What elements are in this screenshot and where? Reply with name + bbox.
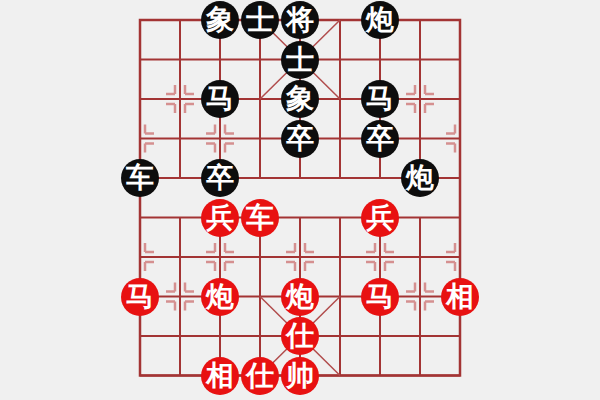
piece-black-cannon[interactable]: 炮	[401, 159, 439, 197]
piece-red-cannon[interactable]: 炮	[281, 278, 319, 316]
piece-black-soldier[interactable]: 卒	[201, 159, 239, 197]
piece-red-soldier[interactable]: 兵	[361, 199, 399, 237]
piece-red-chariot[interactable]: 车	[241, 199, 279, 237]
xiangqi-app: 象士将炮士马象马卒卒车卒炮兵车兵马炮炮马相仕相仕帅	[0, 0, 600, 400]
piece-black-horse[interactable]: 马	[201, 80, 239, 118]
piece-black-elephant[interactable]: 象	[281, 80, 319, 118]
piece-red-advisor[interactable]: 仕	[241, 357, 279, 395]
piece-red-horse[interactable]: 马	[121, 278, 159, 316]
piece-black-advisor[interactable]: 士	[281, 41, 319, 79]
piece-black-chariot[interactable]: 车	[121, 159, 159, 197]
piece-black-horse[interactable]: 马	[361, 80, 399, 118]
piece-red-elephant[interactable]: 相	[441, 278, 479, 316]
piece-black-advisor[interactable]: 士	[241, 1, 279, 39]
piece-red-cannon[interactable]: 炮	[201, 278, 239, 316]
piece-black-elephant[interactable]: 象	[201, 1, 239, 39]
piece-red-soldier[interactable]: 兵	[201, 199, 239, 237]
piece-red-general[interactable]: 帅	[281, 357, 319, 395]
piece-black-cannon[interactable]: 炮	[361, 1, 399, 39]
piece-red-advisor[interactable]: 仕	[281, 317, 319, 355]
piece-black-soldier[interactable]: 卒	[281, 120, 319, 158]
xiangqi-piece-grid: 象士将炮士马象马卒卒车卒炮兵车兵马炮炮马相仕相仕帅	[120, 0, 480, 395]
piece-red-elephant[interactable]: 相	[201, 357, 239, 395]
piece-black-soldier[interactable]: 卒	[361, 120, 399, 158]
piece-red-horse[interactable]: 马	[361, 278, 399, 316]
piece-black-general[interactable]: 将	[281, 1, 319, 39]
